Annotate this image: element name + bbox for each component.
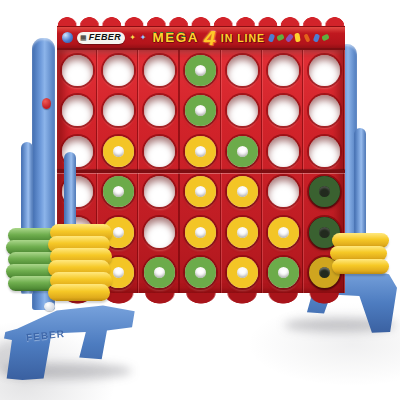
- brand-logo: ▦ FEBER: [77, 32, 125, 44]
- cell-r2-c3: [144, 95, 175, 126]
- cell-r3-c7: [309, 136, 340, 167]
- yellow-ring-disc: [185, 217, 216, 248]
- yellow-ring-disc: [103, 136, 134, 167]
- cell-r4-c7: [309, 176, 340, 207]
- cell-r6-c6: [268, 257, 299, 288]
- board-top-scalloped-edge: [56, 12, 346, 26]
- cell-r1-c4: [185, 55, 216, 86]
- yellow-ring-stack-right: [331, 233, 388, 274]
- cell-r6-c5: [227, 257, 258, 288]
- checker-logo-icon: ▦: [80, 34, 87, 41]
- green-ring-disc: [309, 176, 340, 207]
- yellow-storage-ring: [332, 259, 389, 274]
- yellow-ring-disc: [227, 176, 258, 207]
- cell-r3-c4: [185, 136, 216, 167]
- sparkle-icon: ✦: [140, 33, 147, 42]
- cell-r3-c5: [227, 136, 258, 167]
- green-ring-disc: [185, 55, 216, 86]
- green-ring-disc: [227, 136, 258, 167]
- red-wingnut-knob: [42, 98, 51, 109]
- yellow-ring-disc: [185, 176, 216, 207]
- cell-r1-c6: [268, 55, 299, 86]
- cell-r1-c5: [227, 55, 258, 86]
- cell-r3-c6: [268, 136, 299, 167]
- cell-r5-c5: [227, 217, 258, 248]
- title-banner: ▦ FEBER ✦ ✦ MEGA 4 IN LINE: [57, 26, 345, 50]
- green-ring-disc: [185, 257, 216, 288]
- sparkle-icon: ✦: [129, 33, 136, 42]
- cell-r1-c1: [62, 55, 93, 86]
- confetti-icon: [269, 33, 329, 42]
- cell-r4-c6: [268, 176, 299, 207]
- green-ring-disc: [144, 257, 175, 288]
- cell-r1-c2: [103, 55, 134, 86]
- green-ring-disc: [103, 176, 134, 207]
- cell-r2-c7: [309, 95, 340, 126]
- yellow-storage-ring: [48, 284, 110, 301]
- cell-r4-c4: [185, 176, 216, 207]
- yellow-ring-stack: [49, 224, 111, 301]
- cell-r2-c4: [185, 95, 216, 126]
- cell-r5-c4: [185, 217, 216, 248]
- title-four: 4: [204, 27, 216, 48]
- title-mega: MEGA: [153, 30, 200, 45]
- board-half-seam: [57, 170, 345, 173]
- yellow-ring-disc: [185, 136, 216, 167]
- cell-r4-c2: [103, 176, 134, 207]
- white-wingnut-knob: [44, 302, 55, 311]
- cell-r2-c2: [103, 95, 134, 126]
- cell-r3-c3: [144, 136, 175, 167]
- cell-r4-c5: [227, 176, 258, 207]
- cell-r5-c6: [268, 217, 299, 248]
- cell-r5-c3: [144, 217, 175, 248]
- cell-r2-c6: [268, 95, 299, 126]
- cell-r2-c5: [227, 95, 258, 126]
- cell-r6-c3: [144, 257, 175, 288]
- cell-r2-c1: [62, 95, 93, 126]
- ball-icon: [62, 32, 73, 43]
- cell-r1-c7: [309, 55, 340, 86]
- green-ring-disc: [268, 257, 299, 288]
- cell-r1-c3: [144, 55, 175, 86]
- title-in-line: IN LINE: [221, 32, 265, 44]
- brand-name: FEBER: [89, 33, 122, 42]
- cell-r3-c2: [103, 136, 134, 167]
- cell-r4-c3: [144, 176, 175, 207]
- cell-r6-c4: [185, 257, 216, 288]
- product-photo-mega-4-in-line: FEBER ▦ FEBER ✦ ✦ MEGA 4 IN LINE: [0, 0, 400, 400]
- yellow-ring-disc: [227, 217, 258, 248]
- yellow-ring-disc: [268, 217, 299, 248]
- green-ring-disc: [185, 95, 216, 126]
- yellow-ring-disc: [227, 257, 258, 288]
